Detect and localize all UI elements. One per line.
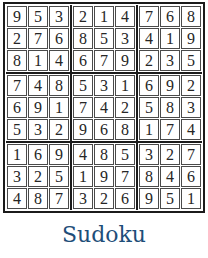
cell-r7c2: 6	[28, 144, 48, 165]
cell-r3c4: 6	[73, 50, 93, 71]
cell-r1c6: 4	[115, 6, 135, 27]
cell-r6c2: 3	[28, 119, 48, 140]
cell-r2c3: 6	[49, 28, 69, 49]
cell-r3c9: 5	[181, 50, 201, 71]
box-3-3: 327846951	[138, 143, 202, 210]
cell-r6c8: 7	[160, 119, 180, 140]
cell-r1c9: 8	[181, 6, 201, 27]
cell-r3c5: 7	[94, 50, 114, 71]
box-3-2: 485197326	[72, 143, 136, 210]
cell-r3c2: 1	[28, 50, 48, 71]
cell-r8c4: 1	[73, 166, 93, 187]
cell-r5c6: 2	[115, 97, 135, 118]
cell-r9c7: 9	[139, 188, 159, 209]
cell-r9c1: 4	[7, 188, 27, 209]
sudoku-board: 9532768142148536797684192357486915325317…	[3, 2, 205, 213]
cell-r7c4: 4	[73, 144, 93, 165]
cell-r9c8: 5	[160, 188, 180, 209]
cell-r7c6: 5	[115, 144, 135, 165]
cell-r3c3: 4	[49, 50, 69, 71]
cell-r1c2: 5	[28, 6, 48, 27]
cell-r7c7: 3	[139, 144, 159, 165]
box-2-2: 531742968	[72, 74, 136, 141]
cell-r9c9: 1	[181, 188, 201, 209]
cell-r3c7: 2	[139, 50, 159, 71]
cell-r8c7: 8	[139, 166, 159, 187]
cell-r5c4: 7	[73, 97, 93, 118]
cell-r6c6: 8	[115, 119, 135, 140]
cell-r7c1: 1	[7, 144, 27, 165]
cell-r1c4: 2	[73, 6, 93, 27]
cell-r3c8: 3	[160, 50, 180, 71]
cell-r2c2: 7	[28, 28, 48, 49]
cell-r6c3: 2	[49, 119, 69, 140]
cell-r2c1: 2	[7, 28, 27, 49]
cell-r9c3: 7	[49, 188, 69, 209]
box-1-2: 214853679	[72, 5, 136, 72]
cell-r3c6: 9	[115, 50, 135, 71]
cell-r8c8: 4	[160, 166, 180, 187]
cell-r2c9: 9	[181, 28, 201, 49]
cell-r8c9: 6	[181, 166, 201, 187]
cell-r5c5: 4	[94, 97, 114, 118]
cell-r4c8: 9	[160, 75, 180, 96]
cell-r2c7: 4	[139, 28, 159, 49]
cell-r7c8: 2	[160, 144, 180, 165]
cell-r7c3: 9	[49, 144, 69, 165]
cell-r6c4: 9	[73, 119, 93, 140]
box-2-3: 692583174	[138, 74, 202, 141]
sudoku-boxes: 9532768142148536797684192357486915325317…	[6, 5, 202, 210]
cell-r3c1: 8	[7, 50, 27, 71]
cell-r6c9: 4	[181, 119, 201, 140]
cell-r4c5: 3	[94, 75, 114, 96]
cell-r1c3: 3	[49, 6, 69, 27]
cell-r4c4: 5	[73, 75, 93, 96]
cell-r5c1: 6	[7, 97, 27, 118]
cell-r6c7: 1	[139, 119, 159, 140]
cell-r9c5: 2	[94, 188, 114, 209]
cell-r4c6: 1	[115, 75, 135, 96]
cell-r2c4: 8	[73, 28, 93, 49]
cell-r4c1: 7	[7, 75, 27, 96]
cell-r8c1: 3	[7, 166, 27, 187]
cell-r1c7: 7	[139, 6, 159, 27]
box-2-1: 748691532	[6, 74, 70, 141]
cell-r7c9: 7	[181, 144, 201, 165]
cell-r9c2: 8	[28, 188, 48, 209]
cell-r8c6: 7	[115, 166, 135, 187]
puzzle-title: Sudoku	[62, 224, 146, 246]
cell-r5c7: 5	[139, 97, 159, 118]
cell-r2c6: 3	[115, 28, 135, 49]
cell-r7c5: 8	[94, 144, 114, 165]
cell-r5c8: 8	[160, 97, 180, 118]
box-3-1: 169325487	[6, 143, 70, 210]
cell-r4c2: 4	[28, 75, 48, 96]
sudoku-page: 9532768142148536797684192357486915325317…	[0, 0, 208, 258]
cell-r2c8: 1	[160, 28, 180, 49]
cell-r4c9: 2	[181, 75, 201, 96]
cell-r8c3: 5	[49, 166, 69, 187]
cell-r1c8: 6	[160, 6, 180, 27]
cell-r2c5: 5	[94, 28, 114, 49]
cell-r1c5: 1	[94, 6, 114, 27]
cell-r1c1: 9	[7, 6, 27, 27]
box-1-3: 768419235	[138, 5, 202, 72]
box-1-1: 953276814	[6, 5, 70, 72]
cell-r8c5: 9	[94, 166, 114, 187]
cell-r5c2: 9	[28, 97, 48, 118]
cell-r8c2: 2	[28, 166, 48, 187]
cell-r6c5: 6	[94, 119, 114, 140]
cell-r6c1: 5	[7, 119, 27, 140]
cell-r4c7: 6	[139, 75, 159, 96]
cell-r5c3: 1	[49, 97, 69, 118]
cell-r4c3: 8	[49, 75, 69, 96]
cell-r9c4: 3	[73, 188, 93, 209]
cell-r5c9: 3	[181, 97, 201, 118]
cell-r9c6: 6	[115, 188, 135, 209]
